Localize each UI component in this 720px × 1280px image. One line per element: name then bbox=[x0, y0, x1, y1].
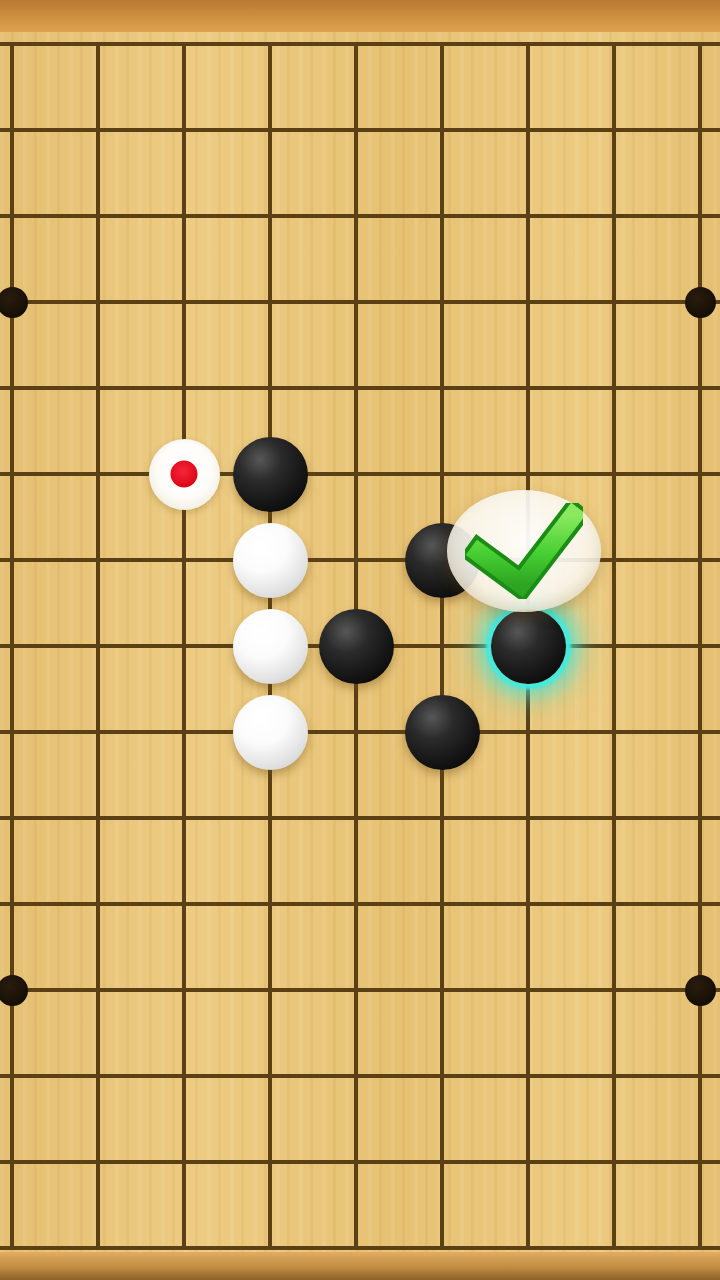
intersection-r9-c7[interactable] bbox=[571, 775, 657, 861]
intersection-r3-c4[interactable] bbox=[313, 259, 399, 345]
star-point bbox=[0, 287, 28, 318]
intersection-r11-c0[interactable] bbox=[0, 947, 55, 1033]
intersection-r10-c6[interactable] bbox=[485, 861, 571, 947]
intersection-r11-c4[interactable] bbox=[313, 947, 399, 1033]
intersection-r3-c2[interactable] bbox=[141, 259, 227, 345]
intersection-r1-c6[interactable] bbox=[485, 87, 571, 173]
intersection-r8-c2[interactable] bbox=[141, 689, 227, 775]
intersection-r10-c7[interactable] bbox=[571, 861, 657, 947]
intersection-r5-c0[interactable] bbox=[0, 431, 55, 517]
intersection-r1-c0[interactable] bbox=[0, 87, 55, 173]
intersection-r9-c3[interactable] bbox=[227, 775, 313, 861]
white-stone bbox=[233, 523, 308, 598]
wood-edge-bottom bbox=[0, 1252, 720, 1280]
intersection-r13-c5[interactable] bbox=[399, 1119, 485, 1205]
intersection-r6-c1[interactable] bbox=[55, 517, 141, 603]
intersection-r10-c4[interactable] bbox=[313, 861, 399, 947]
intersection-r1-c7[interactable] bbox=[571, 87, 657, 173]
intersection-r8-c6[interactable] bbox=[485, 689, 571, 775]
star-point bbox=[685, 287, 716, 318]
wood-edge-top bbox=[0, 0, 720, 32]
go-app-screen: { "game": "go", "screen": "problem board… bbox=[0, 0, 720, 1280]
intersection-r11-c5[interactable] bbox=[399, 947, 485, 1033]
intersection-r2-c6[interactable] bbox=[485, 173, 571, 259]
intersection-r12-c2[interactable] bbox=[141, 1033, 227, 1119]
intersection-r3-c5[interactable] bbox=[399, 259, 485, 345]
intersection-r1-c5[interactable] bbox=[399, 87, 485, 173]
intersection-r11-c6[interactable] bbox=[485, 947, 571, 1033]
confirm-move-button[interactable] bbox=[447, 490, 601, 612]
intersection-r2-c2[interactable] bbox=[141, 173, 227, 259]
intersection-r5-c4[interactable] bbox=[313, 431, 399, 517]
intersection-r5-c1[interactable] bbox=[55, 431, 141, 517]
intersection-r13-c6[interactable] bbox=[485, 1119, 571, 1205]
intersection-r8-c7[interactable] bbox=[571, 689, 657, 775]
white-stone bbox=[233, 695, 308, 770]
intersection-r4-c0[interactable] bbox=[0, 345, 55, 431]
intersection-r6-c8[interactable] bbox=[657, 517, 720, 603]
intersection-r11-c7[interactable] bbox=[571, 947, 657, 1033]
intersection-r7-c5[interactable] bbox=[399, 603, 485, 689]
intersection-r1-c1[interactable] bbox=[55, 87, 141, 173]
intersection-r7-c2[interactable] bbox=[141, 603, 227, 689]
intersection-r11-c3[interactable] bbox=[227, 947, 313, 1033]
green-checkmark-icon bbox=[465, 503, 583, 599]
intersection-r3-c8[interactable] bbox=[657, 259, 720, 345]
intersection-r2-c1[interactable] bbox=[55, 173, 141, 259]
intersection-r12-c0[interactable] bbox=[0, 1033, 55, 1119]
intersection-r4-c6[interactable] bbox=[485, 345, 571, 431]
intersection-r2-c0[interactable] bbox=[0, 173, 55, 259]
intersection-r9-c1[interactable] bbox=[55, 775, 141, 861]
intersection-r13-c3[interactable] bbox=[227, 1119, 313, 1205]
intersection-r3-c6[interactable] bbox=[485, 259, 571, 345]
intersection-r12-c4[interactable] bbox=[313, 1033, 399, 1119]
intersection-r9-c2[interactable] bbox=[141, 775, 227, 861]
intersection-r5-c2[interactable] bbox=[141, 431, 227, 517]
intersection-r7-c0[interactable] bbox=[0, 603, 55, 689]
intersection-r2-c8[interactable] bbox=[657, 173, 720, 259]
intersection-r10-c2[interactable] bbox=[141, 861, 227, 947]
intersection-r8-c0[interactable] bbox=[0, 689, 55, 775]
black-stone-pending[interactable] bbox=[491, 609, 566, 684]
intersection-r13-c2[interactable] bbox=[141, 1119, 227, 1205]
intersection-r9-c0[interactable] bbox=[0, 775, 55, 861]
intersection-r2-c4[interactable] bbox=[313, 173, 399, 259]
intersection-r8-c4[interactable] bbox=[313, 689, 399, 775]
intersection-r7-c6[interactable] bbox=[485, 603, 571, 689]
intersection-r13-c0[interactable] bbox=[0, 1119, 55, 1205]
intersection-r5-c8[interactable] bbox=[657, 431, 720, 517]
intersection-r12-c5[interactable] bbox=[399, 1033, 485, 1119]
intersection-r5-c7[interactable] bbox=[571, 431, 657, 517]
last-move-red-dot bbox=[171, 461, 198, 488]
intersection-r13-c7[interactable] bbox=[571, 1119, 657, 1205]
intersection-r12-c1[interactable] bbox=[55, 1033, 141, 1119]
intersection-r4-c5[interactable] bbox=[399, 345, 485, 431]
intersection-r7-c8[interactable] bbox=[657, 603, 720, 689]
intersection-r4-c4[interactable] bbox=[313, 345, 399, 431]
intersection-r9-c4[interactable] bbox=[313, 775, 399, 861]
intersection-r10-c0[interactable] bbox=[0, 861, 55, 947]
intersection-r3-c7[interactable] bbox=[571, 259, 657, 345]
intersection-r6-c0[interactable] bbox=[0, 517, 55, 603]
intersection-r4-c2[interactable] bbox=[141, 345, 227, 431]
intersection-r8-c5[interactable] bbox=[399, 689, 485, 775]
star-point bbox=[685, 975, 716, 1006]
intersection-r9-c8[interactable] bbox=[657, 775, 720, 861]
intersection-r10-c5[interactable] bbox=[399, 861, 485, 947]
black-stone bbox=[233, 437, 308, 512]
intersection-r3-c0[interactable] bbox=[0, 259, 55, 345]
intersection-r6-c2[interactable] bbox=[141, 517, 227, 603]
intersection-r7-c1[interactable] bbox=[55, 603, 141, 689]
intersection-r9-c6[interactable] bbox=[485, 775, 571, 861]
intersection-r4-c3[interactable] bbox=[227, 345, 313, 431]
intersection-r2-c3[interactable] bbox=[227, 173, 313, 259]
intersection-r1-c8[interactable] bbox=[657, 87, 720, 173]
intersection-r1-c4[interactable] bbox=[313, 87, 399, 173]
star-point bbox=[0, 975, 28, 1006]
intersection-r12-c8[interactable] bbox=[657, 1033, 720, 1119]
intersection-r6-c4[interactable] bbox=[313, 517, 399, 603]
intersection-r11-c8[interactable] bbox=[657, 947, 720, 1033]
white-stone bbox=[233, 609, 308, 684]
intersection-r7-c3[interactable] bbox=[227, 603, 313, 689]
white-stone-last-move bbox=[149, 439, 220, 510]
intersection-r2-c7[interactable] bbox=[571, 173, 657, 259]
intersection-r1-c2[interactable] bbox=[141, 87, 227, 173]
intersection-r1-c3[interactable] bbox=[227, 87, 313, 173]
intersection-r12-c7[interactable] bbox=[571, 1033, 657, 1119]
intersection-r8-c1[interactable] bbox=[55, 689, 141, 775]
intersection-r10-c1[interactable] bbox=[55, 861, 141, 947]
intersection-r11-c2[interactable] bbox=[141, 947, 227, 1033]
intersection-r12-c6[interactable] bbox=[485, 1033, 571, 1119]
intersection-r3-c3[interactable] bbox=[227, 259, 313, 345]
intersection-r3-c1[interactable] bbox=[55, 259, 141, 345]
intersection-r8-c3[interactable] bbox=[227, 689, 313, 775]
intersection-r5-c3[interactable] bbox=[227, 431, 313, 517]
intersection-r4-c8[interactable] bbox=[657, 345, 720, 431]
intersection-r13-c8[interactable] bbox=[657, 1119, 720, 1205]
intersection-r13-c4[interactable] bbox=[313, 1119, 399, 1205]
intersection-r13-c1[interactable] bbox=[55, 1119, 141, 1205]
black-stone bbox=[405, 695, 480, 770]
intersection-r10-c8[interactable] bbox=[657, 861, 720, 947]
go-board[interactable] bbox=[0, 1, 720, 1280]
intersection-r6-c3[interactable] bbox=[227, 517, 313, 603]
intersection-r12-c3[interactable] bbox=[227, 1033, 313, 1119]
intersection-r11-c1[interactable] bbox=[55, 947, 141, 1033]
intersection-r2-c5[interactable] bbox=[399, 173, 485, 259]
intersection-r4-c7[interactable] bbox=[571, 345, 657, 431]
intersection-r4-c1[interactable] bbox=[55, 345, 141, 431]
intersection-r7-c7[interactable] bbox=[571, 603, 657, 689]
intersection-r10-c3[interactable] bbox=[227, 861, 313, 947]
intersection-r8-c8[interactable] bbox=[657, 689, 720, 775]
black-stone bbox=[319, 609, 394, 684]
intersection-r7-c4[interactable] bbox=[313, 603, 399, 689]
intersection-r9-c5[interactable] bbox=[399, 775, 485, 861]
